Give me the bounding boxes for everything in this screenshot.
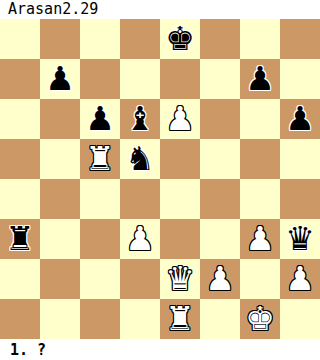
- square-h4[interactable]: [280, 179, 320, 219]
- white-pawn-icon[interactable]: ♟: [165, 99, 195, 139]
- square-d7[interactable]: [120, 59, 160, 99]
- white-pawn-icon[interactable]: ♟: [285, 259, 315, 299]
- black-rook-icon[interactable]: ♜: [5, 219, 35, 259]
- white-rook-icon[interactable]: ♜: [85, 139, 115, 179]
- square-a5[interactable]: [0, 139, 40, 179]
- square-a1[interactable]: [0, 299, 40, 339]
- black-pawn-icon[interactable]: ♟: [245, 59, 275, 99]
- square-a8[interactable]: [0, 19, 40, 59]
- square-e4[interactable]: [160, 179, 200, 219]
- square-b5[interactable]: [40, 139, 80, 179]
- white-pawn-icon[interactable]: ♟: [245, 219, 275, 259]
- square-e7[interactable]: [160, 59, 200, 99]
- square-c3[interactable]: [80, 219, 120, 259]
- square-b6[interactable]: [40, 99, 80, 139]
- square-f8[interactable]: [200, 19, 240, 59]
- chess-app-window: Arasan2.29 ♚♟♟♟♝♟♟♜♞♜♟♟♛♛♟♟♜♚ 1. ?: [0, 0, 320, 360]
- square-e8[interactable]: ♚: [160, 19, 200, 59]
- black-pawn-icon[interactable]: ♟: [85, 99, 115, 139]
- square-b1[interactable]: [40, 299, 80, 339]
- square-h8[interactable]: [280, 19, 320, 59]
- white-king-icon[interactable]: ♚: [245, 299, 275, 339]
- square-f7[interactable]: [200, 59, 240, 99]
- square-a7[interactable]: [0, 59, 40, 99]
- square-c6[interactable]: ♟: [80, 99, 120, 139]
- square-d1[interactable]: [120, 299, 160, 339]
- square-a6[interactable]: [0, 99, 40, 139]
- square-b8[interactable]: [40, 19, 80, 59]
- square-g7[interactable]: ♟: [240, 59, 280, 99]
- square-g4[interactable]: [240, 179, 280, 219]
- black-pawn-icon[interactable]: ♟: [285, 99, 315, 139]
- square-f1[interactable]: [200, 299, 240, 339]
- square-f2[interactable]: ♟: [200, 259, 240, 299]
- black-bishop-icon[interactable]: ♝: [125, 99, 155, 139]
- white-queen-icon[interactable]: ♛: [165, 259, 195, 299]
- black-king-icon[interactable]: ♚: [165, 19, 195, 59]
- square-d6[interactable]: ♝: [120, 99, 160, 139]
- square-e1[interactable]: ♜: [160, 299, 200, 339]
- square-c2[interactable]: [80, 259, 120, 299]
- square-h5[interactable]: [280, 139, 320, 179]
- square-g2[interactable]: [240, 259, 280, 299]
- square-a3[interactable]: ♜: [0, 219, 40, 259]
- square-g6[interactable]: [240, 99, 280, 139]
- square-f5[interactable]: [200, 139, 240, 179]
- square-h2[interactable]: ♟: [280, 259, 320, 299]
- square-f4[interactable]: [200, 179, 240, 219]
- square-e5[interactable]: [160, 139, 200, 179]
- square-g5[interactable]: [240, 139, 280, 179]
- square-e6[interactable]: ♟: [160, 99, 200, 139]
- white-rook-icon[interactable]: ♜: [165, 299, 195, 339]
- square-a4[interactable]: [0, 179, 40, 219]
- window-title: Arasan2.29: [0, 0, 320, 19]
- square-h3[interactable]: ♛: [280, 219, 320, 259]
- black-queen-icon[interactable]: ♛: [285, 219, 315, 259]
- square-g8[interactable]: [240, 19, 280, 59]
- square-g3[interactable]: ♟: [240, 219, 280, 259]
- square-b3[interactable]: [40, 219, 80, 259]
- square-d5[interactable]: ♞: [120, 139, 160, 179]
- square-f3[interactable]: [200, 219, 240, 259]
- square-a2[interactable]: [0, 259, 40, 299]
- square-c4[interactable]: [80, 179, 120, 219]
- square-h7[interactable]: [280, 59, 320, 99]
- square-d4[interactable]: [120, 179, 160, 219]
- square-c7[interactable]: [80, 59, 120, 99]
- square-h1[interactable]: [280, 299, 320, 339]
- square-c1[interactable]: [80, 299, 120, 339]
- chess-board: ♚♟♟♟♝♟♟♜♞♜♟♟♛♛♟♟♜♚: [0, 19, 320, 339]
- square-c8[interactable]: [80, 19, 120, 59]
- move-prompt: 1. ?: [0, 339, 320, 360]
- square-b4[interactable]: [40, 179, 80, 219]
- square-b2[interactable]: [40, 259, 80, 299]
- black-knight-icon[interactable]: ♞: [125, 139, 155, 179]
- square-f6[interactable]: [200, 99, 240, 139]
- square-g1[interactable]: ♚: [240, 299, 280, 339]
- square-d8[interactable]: [120, 19, 160, 59]
- square-b7[interactable]: ♟: [40, 59, 80, 99]
- white-pawn-icon[interactable]: ♟: [125, 219, 155, 259]
- black-pawn-icon[interactable]: ♟: [45, 59, 75, 99]
- square-e2[interactable]: ♛: [160, 259, 200, 299]
- square-h6[interactable]: ♟: [280, 99, 320, 139]
- square-e3[interactable]: [160, 219, 200, 259]
- square-d2[interactable]: [120, 259, 160, 299]
- square-c5[interactable]: ♜: [80, 139, 120, 179]
- square-d3[interactable]: ♟: [120, 219, 160, 259]
- white-pawn-icon[interactable]: ♟: [205, 259, 235, 299]
